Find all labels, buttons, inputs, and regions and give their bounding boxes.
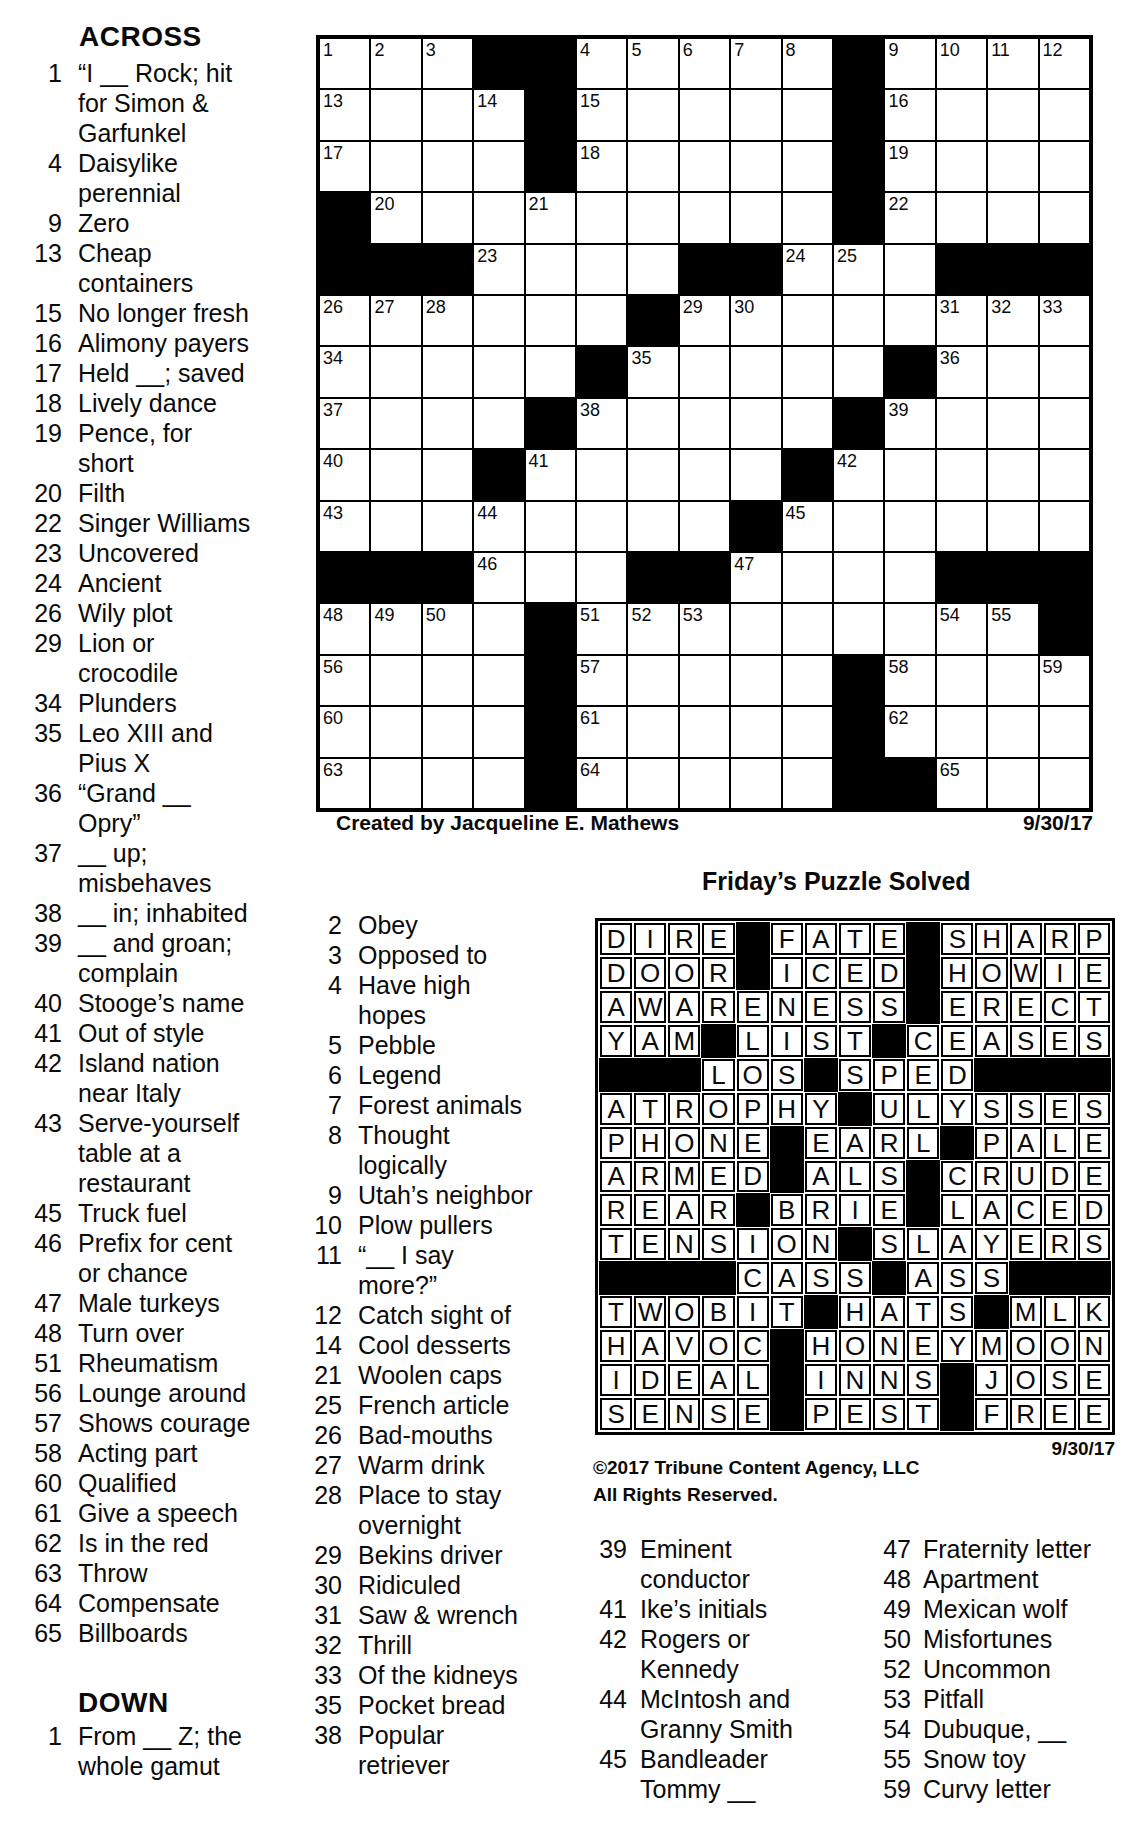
puzzle-cell-r10c8[interactable] bbox=[679, 501, 730, 552]
solution-cell-r4c2: A bbox=[633, 1024, 667, 1058]
puzzle-cell-r5c5[interactable] bbox=[525, 244, 576, 295]
solution-letter: T bbox=[608, 1299, 624, 1325]
puzzle-cell-r8c10[interactable] bbox=[782, 398, 833, 449]
puzzle-cell-r1c15[interactable]: 12 bbox=[1039, 38, 1090, 89]
puzzle-cell-r1c9[interactable]: 7 bbox=[730, 38, 781, 89]
clue-text: Opry” bbox=[78, 809, 141, 837]
puzzle-cell-r13c4[interactable] bbox=[473, 655, 524, 706]
puzzle-black-cell bbox=[936, 552, 987, 603]
puzzle-cell-r3c2[interactable] bbox=[370, 141, 421, 192]
solution-letter: A bbox=[710, 1367, 727, 1393]
puzzle-cell-r5c11[interactable]: 25 bbox=[833, 244, 884, 295]
cell-number: 11 bbox=[991, 40, 1010, 60]
puzzle-cell-r1c12[interactable]: 9 bbox=[884, 38, 935, 89]
puzzle-cell-r14c9[interactable] bbox=[730, 706, 781, 757]
puzzle-cell-r14c2[interactable] bbox=[370, 706, 421, 757]
solution-letter: S bbox=[1085, 1231, 1102, 1257]
puzzle-cell-r13c1[interactable]: 56 bbox=[319, 655, 370, 706]
puzzle-cell-r8c15[interactable] bbox=[1039, 398, 1090, 449]
puzzle-cell-r7c11[interactable] bbox=[833, 346, 884, 397]
clue-number: 64 bbox=[6, 1588, 62, 1618]
solution-letter: B bbox=[778, 1197, 795, 1223]
cell-number: 65 bbox=[940, 760, 960, 780]
puzzle-cell-r3c3[interactable] bbox=[422, 141, 473, 192]
solution-cell-r7c7: E bbox=[804, 1126, 838, 1160]
solution-letter: O bbox=[1050, 1333, 1070, 1359]
puzzle-black-cell bbox=[370, 552, 421, 603]
puzzle-cell-r15c10[interactable] bbox=[782, 758, 833, 809]
puzzle-cell-r12c8[interactable]: 53 bbox=[679, 603, 730, 654]
puzzle-cell-r4c13[interactable] bbox=[936, 192, 987, 243]
puzzle-cell-r13c9[interactable] bbox=[730, 655, 781, 706]
across-clue-15: 15No longer fresh bbox=[6, 298, 250, 328]
puzzle-cell-r10c12[interactable] bbox=[884, 501, 935, 552]
puzzle-cell-r13c14[interactable] bbox=[987, 655, 1038, 706]
puzzle-cell-r8c3[interactable] bbox=[422, 398, 473, 449]
puzzle-cell-r8c1[interactable]: 37 bbox=[319, 398, 370, 449]
clue-text: Have high bbox=[358, 971, 471, 999]
puzzle-cell-r9c14[interactable] bbox=[987, 449, 1038, 500]
puzzle-cell-r12c9[interactable] bbox=[730, 603, 781, 654]
puzzle-cell-r3c4[interactable] bbox=[473, 141, 524, 192]
solution-letter: E bbox=[846, 960, 863, 986]
solution-cell-r2c1: D bbox=[599, 956, 633, 990]
puzzle-cell-r2c9[interactable] bbox=[730, 89, 781, 140]
puzzle-cell-r13c2[interactable] bbox=[370, 655, 421, 706]
puzzle-cell-r13c12[interactable]: 58 bbox=[884, 655, 935, 706]
puzzle-cell-r8c4[interactable] bbox=[473, 398, 524, 449]
puzzle-cell-r7c5[interactable] bbox=[525, 346, 576, 397]
solution-black-cell bbox=[838, 1092, 872, 1126]
clue-text: Ridiculed bbox=[358, 1571, 461, 1599]
solution-cell-r3c4: R bbox=[701, 990, 735, 1024]
puzzle-cell-r7c7[interactable]: 35 bbox=[627, 346, 678, 397]
clue-number: 41 bbox=[554, 1594, 627, 1624]
solution-letter: P bbox=[607, 1130, 624, 1156]
puzzle-cell-r9c7[interactable] bbox=[627, 449, 678, 500]
puzzle-cell-r7c8[interactable] bbox=[679, 346, 730, 397]
cell-number: 31 bbox=[940, 297, 960, 317]
clue-text: Give a speech bbox=[78, 1499, 238, 1527]
solution-cell-r6c5: P bbox=[736, 1092, 770, 1126]
puzzle-cell-r10c6[interactable] bbox=[576, 501, 627, 552]
solution-cell-r15c7: P bbox=[804, 1397, 838, 1431]
puzzle-cell-r7c9[interactable] bbox=[730, 346, 781, 397]
puzzle-cell-r11c6[interactable] bbox=[576, 552, 627, 603]
puzzle-cell-r4c14[interactable] bbox=[987, 192, 1038, 243]
puzzle-cell-r8c12[interactable]: 39 bbox=[884, 398, 935, 449]
puzzle-cell-r7c1[interactable]: 34 bbox=[319, 346, 370, 397]
puzzle-cell-r9c5[interactable]: 41 bbox=[525, 449, 576, 500]
puzzle-cell-r3c7[interactable] bbox=[627, 141, 678, 192]
puzzle-cell-r9c8[interactable] bbox=[679, 449, 730, 500]
puzzle-cell-r12c7[interactable]: 52 bbox=[627, 603, 678, 654]
puzzle-cell-r5c6[interactable] bbox=[576, 244, 627, 295]
puzzle-cell-r7c10[interactable] bbox=[782, 346, 833, 397]
puzzle-cell-r6c5[interactable] bbox=[525, 295, 576, 346]
across-clue-46-cont: or chance bbox=[6, 1258, 250, 1288]
clue-text: logically bbox=[358, 1151, 447, 1179]
puzzle-cell-r14c6[interactable]: 61 bbox=[576, 706, 627, 757]
puzzle-cell-r6c8[interactable]: 29 bbox=[679, 295, 730, 346]
puzzle-cell-r2c12[interactable]: 16 bbox=[884, 89, 935, 140]
cell-number: 44 bbox=[477, 503, 497, 523]
puzzle-cell-r12c10[interactable] bbox=[782, 603, 833, 654]
puzzle-cell-r11c9[interactable]: 47 bbox=[730, 552, 781, 603]
puzzle-cell-r13c15[interactable]: 59 bbox=[1039, 655, 1090, 706]
puzzle-cell-r10c5[interactable] bbox=[525, 501, 576, 552]
puzzle-cell-r3c10[interactable] bbox=[782, 141, 833, 192]
solution-cell-r10c15: S bbox=[1077, 1227, 1111, 1261]
puzzle-cell-r10c14[interactable] bbox=[987, 501, 1038, 552]
puzzle-cell-r2c15[interactable] bbox=[1039, 89, 1090, 140]
puzzle-cell-r8c14[interactable] bbox=[987, 398, 1038, 449]
puzzle-cell-r7c3[interactable] bbox=[422, 346, 473, 397]
solution-cell-r1c2: I bbox=[633, 922, 667, 956]
solution-cell-r13c5: C bbox=[736, 1329, 770, 1363]
puzzle-cell-r3c8[interactable] bbox=[679, 141, 730, 192]
puzzle-cell-r10c7[interactable] bbox=[627, 501, 678, 552]
puzzle-cell-r10c13[interactable] bbox=[936, 501, 987, 552]
puzzle-cell-r9c3[interactable] bbox=[422, 449, 473, 500]
puzzle-cell-r15c7[interactable] bbox=[627, 758, 678, 809]
puzzle-cell-r10c4[interactable]: 44 bbox=[473, 501, 524, 552]
down-clue-29: 29Bekins driver bbox=[266, 1540, 533, 1570]
puzzle-cell-r4c12[interactable]: 22 bbox=[884, 192, 935, 243]
puzzle-cell-r15c1[interactable]: 63 bbox=[319, 758, 370, 809]
puzzle-cell-r14c13[interactable] bbox=[936, 706, 987, 757]
solution-letter: S bbox=[880, 1401, 897, 1427]
puzzle-cell-r1c6[interactable]: 4 bbox=[576, 38, 627, 89]
puzzle-cell-r4c10[interactable] bbox=[782, 192, 833, 243]
clue-number: 46 bbox=[6, 1228, 62, 1258]
puzzle-cell-r6c10[interactable] bbox=[782, 295, 833, 346]
solution-cell-r2c3: O bbox=[667, 956, 701, 990]
puzzle-cell-r2c8[interactable] bbox=[679, 89, 730, 140]
solution-letter: S bbox=[880, 994, 897, 1020]
puzzle-cell-r15c6[interactable]: 64 bbox=[576, 758, 627, 809]
clue-number: 10 bbox=[266, 1210, 342, 1240]
solution-cell-r5c4: L bbox=[701, 1058, 735, 1092]
puzzle-cell-r9c12[interactable] bbox=[884, 449, 935, 500]
puzzle-cell-r4c8[interactable] bbox=[679, 192, 730, 243]
puzzle-black-cell bbox=[833, 758, 884, 809]
clue-text: Opposed to bbox=[358, 941, 487, 969]
down-clue-50: 50Misfortunes bbox=[839, 1624, 1091, 1654]
puzzle-cell-r14c7[interactable] bbox=[627, 706, 678, 757]
solution-black-cell bbox=[974, 1058, 1008, 1092]
puzzle-cell-r6c12[interactable] bbox=[884, 295, 935, 346]
puzzle-cell-r4c4[interactable] bbox=[473, 192, 524, 243]
across-clue-60: 60Qualified bbox=[6, 1468, 250, 1498]
solution-cell-r7c12: P bbox=[974, 1126, 1008, 1160]
puzzle-cell-r11c11[interactable] bbox=[833, 552, 884, 603]
solution-cell-r12c14: L bbox=[1043, 1295, 1077, 1329]
clue-number: 25 bbox=[266, 1390, 342, 1420]
solution-letter: M bbox=[981, 1333, 1003, 1359]
puzzle-cell-r12c4[interactable] bbox=[473, 603, 524, 654]
puzzle-cell-r1c3[interactable]: 3 bbox=[422, 38, 473, 89]
down-clue-32: 32Thrill bbox=[266, 1630, 533, 1660]
puzzle-cell-r8c7[interactable] bbox=[627, 398, 678, 449]
puzzle-cell-r3c14[interactable] bbox=[987, 141, 1038, 192]
solution-cell-r13c7: H bbox=[804, 1329, 838, 1363]
cell-number: 56 bbox=[323, 657, 343, 677]
puzzle-cell-r12c14[interactable]: 55 bbox=[987, 603, 1038, 654]
solution-letter: Y bbox=[949, 1096, 966, 1122]
puzzle-cell-r7c2[interactable] bbox=[370, 346, 421, 397]
puzzle-cell-r11c4[interactable]: 46 bbox=[473, 552, 524, 603]
puzzle-cell-r14c12[interactable]: 62 bbox=[884, 706, 935, 757]
puzzle-cell-r11c5[interactable] bbox=[525, 552, 576, 603]
solution-cell-r10c11: A bbox=[940, 1227, 974, 1261]
puzzle-cell-r6c3[interactable]: 28 bbox=[422, 295, 473, 346]
puzzle-cell-r15c2[interactable] bbox=[370, 758, 421, 809]
across-clue-24: 24Ancient bbox=[6, 568, 250, 598]
cell-number: 38 bbox=[580, 400, 600, 420]
solution-letter: O bbox=[708, 1333, 728, 1359]
puzzle-cell-r6c1[interactable]: 26 bbox=[319, 295, 370, 346]
solution-black-cell bbox=[701, 1261, 735, 1295]
solution-letter: T bbox=[642, 1096, 658, 1122]
puzzle-cell-r3c12[interactable]: 19 bbox=[884, 141, 935, 192]
puzzle-cell-r13c7[interactable] bbox=[627, 655, 678, 706]
puzzle-cell-r14c14[interactable] bbox=[987, 706, 1038, 757]
puzzle-cell-r8c2[interactable] bbox=[370, 398, 421, 449]
puzzle-cell-r14c10[interactable] bbox=[782, 706, 833, 757]
puzzle-cell-r14c4[interactable] bbox=[473, 706, 524, 757]
solution-letter: N bbox=[675, 1231, 694, 1257]
puzzle-cell-r10c11[interactable] bbox=[833, 501, 884, 552]
clue-text: Male turkeys bbox=[78, 1289, 220, 1317]
solution-cell-r7c4: N bbox=[701, 1126, 735, 1160]
puzzle-cell-r12c11[interactable] bbox=[833, 603, 884, 654]
puzzle-cell-r6c4[interactable] bbox=[473, 295, 524, 346]
solution-letter: I bbox=[783, 960, 790, 986]
puzzle-cell-r9c1[interactable]: 40 bbox=[319, 449, 370, 500]
solution-cell-r14c13: O bbox=[1009, 1363, 1043, 1397]
puzzle-cell-r14c15[interactable] bbox=[1039, 706, 1090, 757]
puzzle-black-cell bbox=[833, 706, 884, 757]
puzzle-cell-r8c6[interactable]: 38 bbox=[576, 398, 627, 449]
puzzle-cell-r12c3[interactable]: 50 bbox=[422, 603, 473, 654]
clue-text: Place to stay bbox=[358, 1481, 501, 1509]
cell-number: 41 bbox=[529, 451, 549, 471]
puzzle-cell-r2c14[interactable] bbox=[987, 89, 1038, 140]
solution-cell-r4c14: E bbox=[1043, 1024, 1077, 1058]
puzzle-cell-r10c2[interactable] bbox=[370, 501, 421, 552]
cell-number: 7 bbox=[734, 40, 744, 60]
clue-number: 48 bbox=[6, 1318, 62, 1348]
puzzle-cell-r4c5[interactable]: 21 bbox=[525, 192, 576, 243]
puzzle-cell-r3c1[interactable]: 17 bbox=[319, 141, 370, 192]
solution-cell-r15c14: E bbox=[1043, 1397, 1077, 1431]
puzzle-cell-r10c10[interactable]: 45 bbox=[782, 501, 833, 552]
puzzle-cell-r6c9[interactable]: 30 bbox=[730, 295, 781, 346]
solution-cell-r11c10: A bbox=[906, 1261, 940, 1295]
puzzle-cell-r12c6[interactable]: 51 bbox=[576, 603, 627, 654]
across-clue-37: 37__ up; bbox=[6, 838, 250, 868]
puzzle-cell-r8c9[interactable] bbox=[730, 398, 781, 449]
solution-black-cell bbox=[804, 1295, 838, 1329]
puzzle-cell-r2c2[interactable] bbox=[370, 89, 421, 140]
puzzle-cell-r2c10[interactable] bbox=[782, 89, 833, 140]
puzzle-cell-r9c13[interactable] bbox=[936, 449, 987, 500]
puzzle-cell-r5c10[interactable]: 24 bbox=[782, 244, 833, 295]
down-clue-31: 31Saw & wrench bbox=[266, 1600, 533, 1630]
puzzle-cell-r15c4[interactable] bbox=[473, 758, 524, 809]
clue-text: Pocket bread bbox=[358, 1691, 505, 1719]
clue-text: Turn over bbox=[78, 1319, 184, 1347]
puzzle-cell-r13c6[interactable]: 57 bbox=[576, 655, 627, 706]
clue-text: Pence, for bbox=[78, 419, 192, 447]
puzzle-cell-r2c4[interactable]: 14 bbox=[473, 89, 524, 140]
puzzle-cell-r1c7[interactable]: 5 bbox=[627, 38, 678, 89]
puzzle-cell-r4c2[interactable]: 20 bbox=[370, 192, 421, 243]
puzzle-cell-r12c2[interactable]: 49 bbox=[370, 603, 421, 654]
puzzle-cell-r11c10[interactable] bbox=[782, 552, 833, 603]
solution-letter: D bbox=[1050, 1163, 1069, 1189]
puzzle-cell-r5c12[interactable] bbox=[884, 244, 935, 295]
puzzle-cell-r9c6[interactable] bbox=[576, 449, 627, 500]
puzzle-cell-r9c15[interactable] bbox=[1039, 449, 1090, 500]
solution-black-cell bbox=[906, 922, 940, 956]
puzzle-cell-r4c15[interactable] bbox=[1039, 192, 1090, 243]
puzzle-grid[interactable]: 1234567891011121314151617181920212223242… bbox=[316, 35, 1093, 812]
puzzle-cell-r1c10[interactable]: 8 bbox=[782, 38, 833, 89]
solution-cell-r13c15: N bbox=[1077, 1329, 1111, 1363]
puzzle-cell-r4c7[interactable] bbox=[627, 192, 678, 243]
puzzle-cell-r1c14[interactable]: 11 bbox=[987, 38, 1038, 89]
puzzle-cell-r2c13[interactable] bbox=[936, 89, 987, 140]
solution-cell-r13c4: O bbox=[701, 1329, 735, 1363]
solution-black-cell bbox=[599, 1058, 633, 1092]
cell-number: 63 bbox=[323, 760, 343, 780]
copyright-line1: ©2017 Tribune Content Agency, LLC bbox=[593, 1457, 920, 1479]
clue-text: Lively dance bbox=[78, 389, 217, 417]
solution-letter: E bbox=[1085, 1130, 1102, 1156]
puzzle-cell-r14c1[interactable]: 60 bbox=[319, 706, 370, 757]
puzzle-cell-r6c14[interactable]: 32 bbox=[987, 295, 1038, 346]
puzzle-cell-r15c14[interactable] bbox=[987, 758, 1038, 809]
puzzle-cell-r12c13[interactable]: 54 bbox=[936, 603, 987, 654]
puzzle-cell-r8c8[interactable] bbox=[679, 398, 730, 449]
puzzle-cell-r1c2[interactable]: 2 bbox=[370, 38, 421, 89]
across-clue-1-cont: Garfunkel bbox=[6, 118, 250, 148]
puzzle-cell-r15c8[interactable] bbox=[679, 758, 730, 809]
solution-letter: P bbox=[1085, 926, 1102, 952]
puzzle-cell-r11c12[interactable] bbox=[884, 552, 935, 603]
puzzle-cell-r9c2[interactable] bbox=[370, 449, 421, 500]
puzzle-cell-r1c1[interactable]: 1 bbox=[319, 38, 370, 89]
puzzle-cell-r13c3[interactable] bbox=[422, 655, 473, 706]
solution-letter: L bbox=[916, 1231, 930, 1257]
puzzle-cell-r4c3[interactable] bbox=[422, 192, 473, 243]
puzzle-cell-r2c1[interactable]: 13 bbox=[319, 89, 370, 140]
puzzle-cell-r6c6[interactable] bbox=[576, 295, 627, 346]
puzzle-cell-r13c10[interactable] bbox=[782, 655, 833, 706]
puzzle-cell-r1c8[interactable]: 6 bbox=[679, 38, 730, 89]
puzzle-cell-r10c1[interactable]: 43 bbox=[319, 501, 370, 552]
puzzle-black-cell bbox=[473, 449, 524, 500]
solution-letter: D bbox=[641, 1367, 660, 1393]
puzzle-cell-r6c2[interactable]: 27 bbox=[370, 295, 421, 346]
puzzle-cell-r4c9[interactable] bbox=[730, 192, 781, 243]
solution-cell-r10c14: R bbox=[1043, 1227, 1077, 1261]
puzzle-cell-r4c6[interactable] bbox=[576, 192, 627, 243]
solution-cell-r5c5: O bbox=[736, 1058, 770, 1092]
puzzle-cell-r6c13[interactable]: 31 bbox=[936, 295, 987, 346]
puzzle-cell-r15c15[interactable] bbox=[1039, 758, 1090, 809]
puzzle-cell-r10c15[interactable] bbox=[1039, 501, 1090, 552]
puzzle-cell-r7c13[interactable]: 36 bbox=[936, 346, 987, 397]
puzzle-cell-r6c15[interactable]: 33 bbox=[1039, 295, 1090, 346]
puzzle-cell-r12c1[interactable]: 48 bbox=[319, 603, 370, 654]
puzzle-cell-r6c11[interactable] bbox=[833, 295, 884, 346]
puzzle-cell-r3c9[interactable] bbox=[730, 141, 781, 192]
solution-cell-r13c3: V bbox=[667, 1329, 701, 1363]
solution-cell-r1c6: F bbox=[770, 922, 804, 956]
puzzle-cell-r9c9[interactable] bbox=[730, 449, 781, 500]
down-clue-45-cont: Tommy __ bbox=[554, 1774, 793, 1804]
puzzle-cell-r3c6[interactable]: 18 bbox=[576, 141, 627, 192]
across-clue-37-cont: misbehaves bbox=[6, 868, 250, 898]
cell-number: 48 bbox=[323, 605, 343, 625]
solution-letter: E bbox=[949, 994, 966, 1020]
solution-cell-r8c13: U bbox=[1009, 1160, 1043, 1194]
solution-cell-r14c3: E bbox=[667, 1363, 701, 1397]
puzzle-cell-r2c7[interactable] bbox=[627, 89, 678, 140]
puzzle-cell-r2c3[interactable] bbox=[422, 89, 473, 140]
puzzle-cell-r9c11[interactable]: 42 bbox=[833, 449, 884, 500]
puzzle-cell-r13c13[interactable] bbox=[936, 655, 987, 706]
puzzle-cell-r13c8[interactable] bbox=[679, 655, 730, 706]
puzzle-cell-r15c9[interactable] bbox=[730, 758, 781, 809]
solution-letter: E bbox=[744, 1401, 761, 1427]
solution-cell-r9c7: R bbox=[804, 1193, 838, 1227]
puzzle-cell-r1c13[interactable]: 10 bbox=[936, 38, 987, 89]
puzzle-cell-r7c15[interactable] bbox=[1039, 346, 1090, 397]
solution-cell-r12c1: T bbox=[599, 1295, 633, 1329]
solution-letter: E bbox=[676, 1367, 693, 1393]
puzzle-cell-r3c13[interactable] bbox=[936, 141, 987, 192]
puzzle-cell-r15c3[interactable] bbox=[422, 758, 473, 809]
puzzle-cell-r14c8[interactable] bbox=[679, 706, 730, 757]
clue-text: more?” bbox=[358, 1271, 437, 1299]
clue-text: Ike’s initials bbox=[640, 1595, 767, 1623]
puzzle-cell-r2c6[interactable]: 15 bbox=[576, 89, 627, 140]
down-clue-12: 12Catch sight of bbox=[266, 1300, 533, 1330]
puzzle-cell-r3c15[interactable] bbox=[1039, 141, 1090, 192]
puzzle-cell-r5c4[interactable]: 23 bbox=[473, 244, 524, 295]
clue-text: Popular bbox=[358, 1721, 444, 1749]
solution-letter: A bbox=[607, 1096, 624, 1122]
puzzle-cell-r15c13[interactable]: 65 bbox=[936, 758, 987, 809]
puzzle-black-cell bbox=[525, 758, 576, 809]
solution-letter: A bbox=[983, 1028, 1000, 1054]
down-clue-49: 49Mexican wolf bbox=[839, 1594, 1091, 1624]
puzzle-cell-r10c3[interactable] bbox=[422, 501, 473, 552]
puzzle-cell-r8c13[interactable] bbox=[936, 398, 987, 449]
puzzle-cell-r7c4[interactable] bbox=[473, 346, 524, 397]
puzzle-cell-r7c14[interactable] bbox=[987, 346, 1038, 397]
puzzle-cell-r12c12[interactable] bbox=[884, 603, 935, 654]
solution-letter: U bbox=[1016, 1163, 1035, 1189]
puzzle-cell-r14c3[interactable] bbox=[422, 706, 473, 757]
solution-cell-r14c7: I bbox=[804, 1363, 838, 1397]
solution-letter: E bbox=[1051, 1197, 1068, 1223]
puzzle-cell-r5c7[interactable] bbox=[627, 244, 678, 295]
